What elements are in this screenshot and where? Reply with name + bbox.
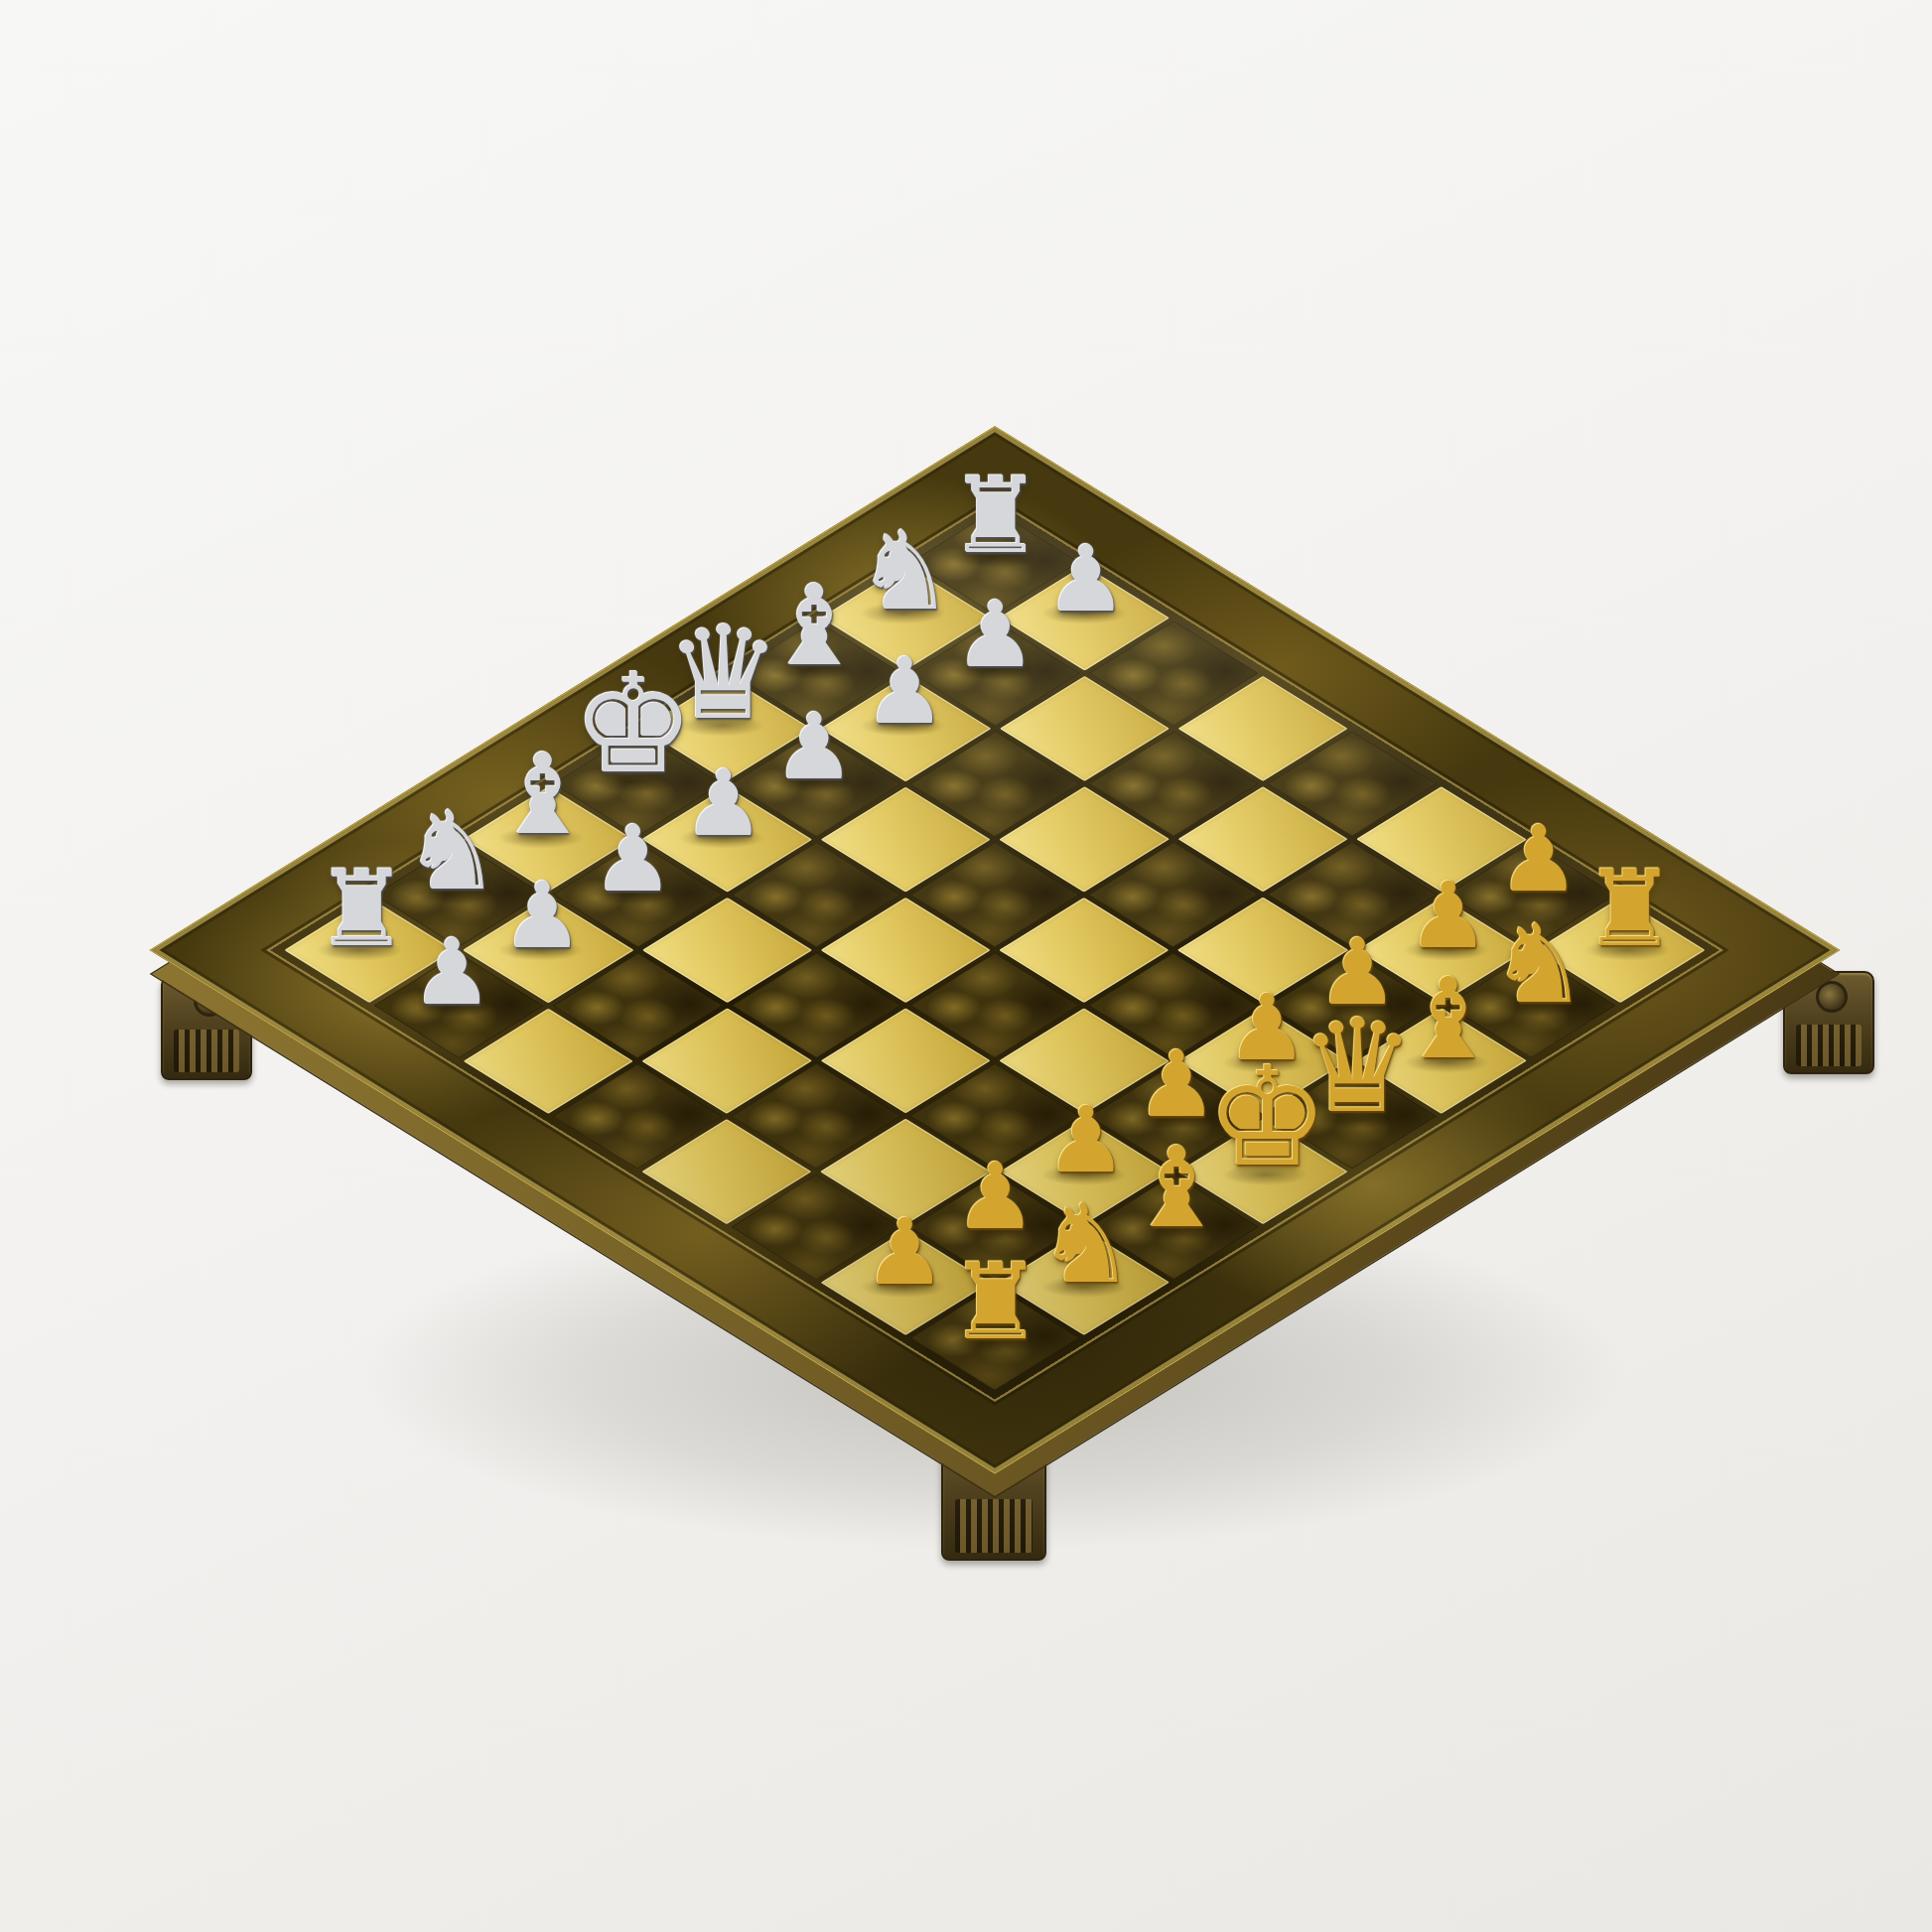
gold-rook-glyph: ♜ bbox=[905, 1250, 1084, 1355]
studio-scene: { "game": "chess", "scene": { "descripti… bbox=[0, 0, 1932, 1932]
silver-pawn-glyph: ♟ bbox=[362, 927, 541, 1019]
